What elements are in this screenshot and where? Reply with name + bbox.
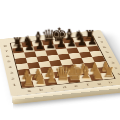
chess-board: ♜♞♝♛♚♝♞♜♟♟♟♟♟♟♟♟♟♟♟♟♟♟♟♟♜♞♝♛♚♝♞♜ abcdefg… [0, 30, 120, 96]
white-rook-a1: ♜ [19, 73, 37, 87]
square-a1: ♜ [21, 80, 34, 87]
board-grid: ♜♞♝♛♚♝♞♜♟♟♟♟♟♟♟♟♟♟♟♟♟♟♟♟♜♞♝♛♚♝♞♜ [11, 36, 114, 88]
square-a7: ♟ [12, 47, 24, 53]
product-photo-background: ♜♞♝♛♚♝♞♜♟♟♟♟♟♟♟♟♟♟♟♟♟♟♟♟♜♞♝♛♚♝♞♜ abcdefg… [0, 0, 120, 120]
rank-label-left-1: 1 [10, 82, 19, 89]
board-playfield: ♜♞♝♛♚♝♞♜♟♟♟♟♟♟♟♟♟♟♟♟♟♟♟♟♜♞♝♛♚♝♞♜ [10, 35, 116, 88]
black-pawn-a7: ♟ [11, 41, 28, 53]
